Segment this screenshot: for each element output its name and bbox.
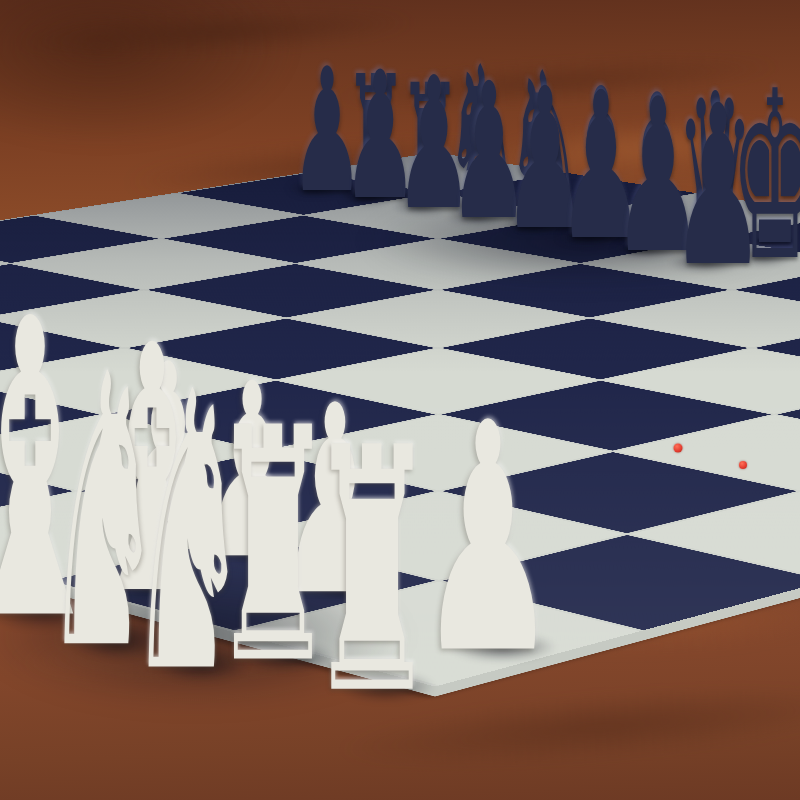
piece-black-pawn[interactable]: ♟ — [670, 76, 765, 297]
piece-white-rook[interactable]: ♜ — [307, 404, 437, 740]
scene: ♜♜♞♞♝♝♛♚♟♟♟♟♟♟♟♟♟♟♟♟♝♝♞♞♜♜ — [0, 0, 800, 800]
red-dot-2 — [739, 461, 747, 469]
red-dot-1 — [674, 444, 683, 453]
piece-white-pawn[interactable]: ♟ — [417, 382, 558, 697]
